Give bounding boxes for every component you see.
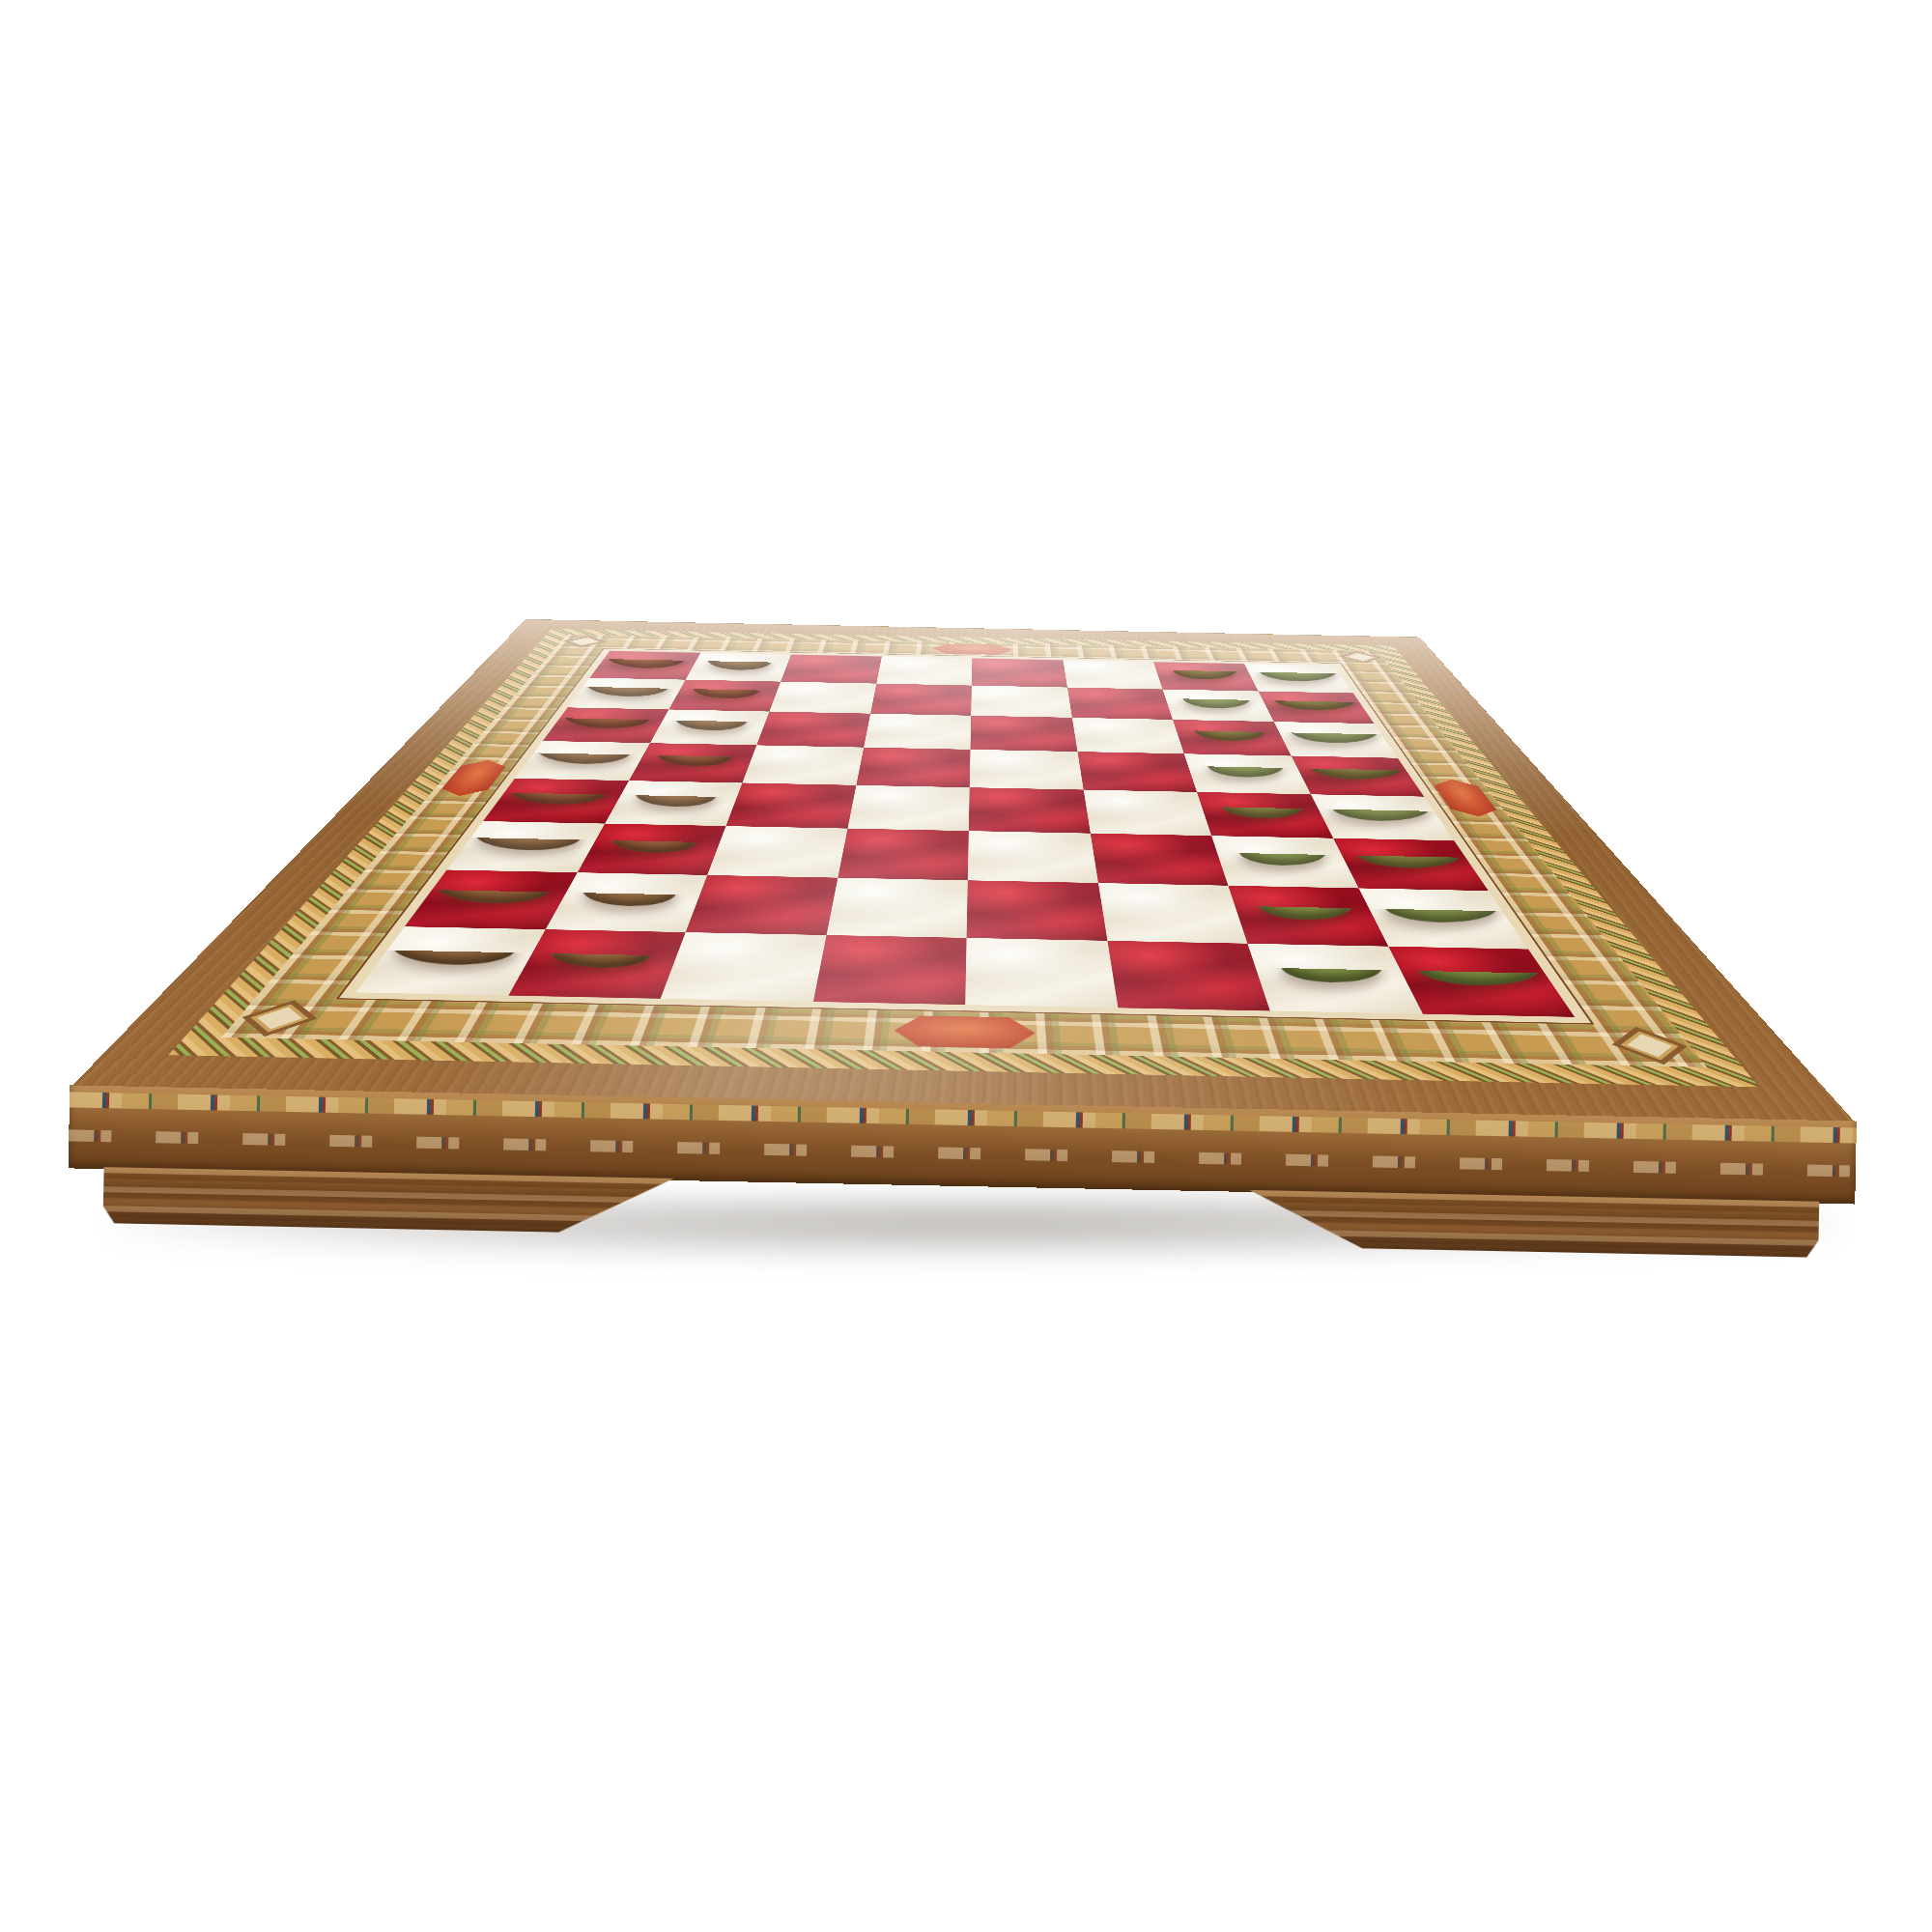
piece-red-pawn: ♟ xyxy=(508,929,686,999)
red-pawn-glyph: ♟ xyxy=(512,680,696,943)
chess-board: ♜♟♟♜♞♟♟♞♝♟♟♝♚♟♟♚♛♟♟♛♝♟♟♝♞♟♟♞♜♟♟♜ xyxy=(70,619,1857,1124)
green-rook-glyph: ♜ xyxy=(1367,498,1599,961)
camera-roll-wrapper: ♜♟♟♜♞♟♟♞♝♟♟♝♚♟♟♚♛♟♟♛♝♟♟♝♞♟♟♞♜♟♟♜ xyxy=(0,0,1932,1932)
perspective-scene: ♜♟♟♜♞♟♟♞♝♟♟♝♚♟♟♚♛♟♟♛♝♟♟♝♞♟♟♞♜♟♟♜ xyxy=(0,0,1932,1932)
pieces-layer: ♜♟♟♜♞♟♟♞♝♟♟♝♚♟♟♚♛♟♟♛♝♟♟♝♞♟♟♞♜♟♟♜ xyxy=(70,619,1857,1124)
chess-set-photo: ♜♟♟♜♞♟♟♞♝♟♟♝♚♟♟♚♛♟♟♛♝♟♟♝♞♟♟♞♜♟♟♜ xyxy=(0,0,1932,1932)
